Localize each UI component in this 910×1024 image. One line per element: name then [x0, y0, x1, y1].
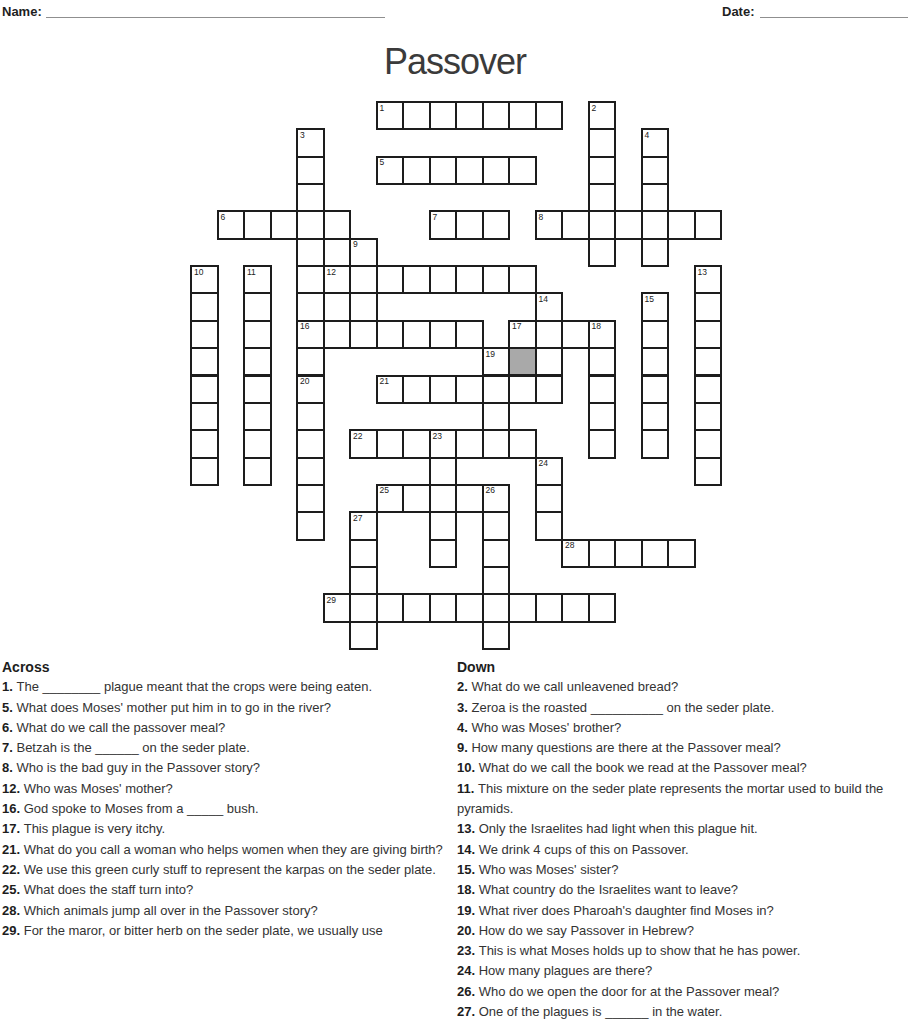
clue-text: This mixture on the seder plate represen… [457, 781, 883, 816]
grid-cell[interactable]: 19 [482, 347, 511, 376]
clue-number-label: 2. [457, 679, 471, 694]
grid-cell[interactable] [296, 402, 325, 431]
grid-cell[interactable] [455, 101, 484, 130]
grid-cell[interactable] [641, 375, 670, 404]
grid-cell[interactable] [482, 621, 511, 650]
clue-number-label: 5. [2, 700, 16, 715]
grid-cell[interactable] [641, 238, 670, 267]
clue-text: What river does Pharoah's daughter find … [479, 903, 774, 918]
clue-number-label: 25. [2, 882, 24, 897]
grid-cell[interactable] [243, 457, 272, 486]
grid-cell[interactable] [402, 101, 431, 130]
clue-text: This plague is very itchy. [24, 821, 165, 836]
grid-cell[interactable]: 26 [482, 484, 511, 513]
grid-cell[interactable] [614, 539, 643, 568]
page-title: Passover [0, 41, 910, 83]
clue-text: God spoke to Moses from a _____ bush. [24, 801, 259, 816]
grid-cell[interactable] [376, 265, 405, 294]
grid-cell[interactable] [588, 402, 617, 431]
grid-cell[interactable] [482, 101, 511, 130]
grid-cell[interactable] [296, 183, 325, 212]
clue-number-label: 27. [457, 1004, 479, 1019]
grid-cell[interactable] [429, 320, 458, 349]
grid-cell[interactable] [535, 320, 564, 349]
grid-cell[interactable] [694, 457, 723, 486]
grid-cell[interactable] [535, 484, 564, 513]
grid-cell[interactable] [243, 210, 272, 239]
grid-cell[interactable]: 10 [190, 265, 219, 294]
grid-cell[interactable] [402, 375, 431, 404]
clue-text: Who was Moses' mother? [24, 781, 173, 796]
clue-number: 8 [539, 213, 544, 222]
clue-number: 23 [433, 432, 442, 441]
clue-number: 11 [247, 268, 256, 277]
grid-cell[interactable] [667, 210, 696, 239]
clue-text: What does the staff turn into? [24, 882, 194, 897]
grid-cell[interactable] [376, 320, 405, 349]
grid-cell[interactable] [243, 402, 272, 431]
clue-number-label: 29. [2, 923, 24, 938]
clue-number-label: 6. [2, 720, 16, 735]
clue-number: 24 [539, 459, 548, 468]
clue-text: This is what Moses holds up to show that… [479, 943, 801, 958]
grid-cell[interactable] [296, 292, 325, 321]
across-clue-21: 21. What do you call a woman who helps w… [2, 840, 454, 860]
grid-cell[interactable] [641, 183, 670, 212]
grid-cell[interactable]: 8 [535, 210, 564, 239]
grid-cell[interactable] [588, 429, 617, 458]
grid-cell[interactable]: 7 [429, 210, 458, 239]
clue-text: One of the plagues is ______ in the wate… [479, 1004, 723, 1019]
down-clue-26: 26. Who do we open the door for at the P… [457, 982, 909, 1002]
grid-cell[interactable]: 6 [217, 210, 246, 239]
grid-cell[interactable] [455, 156, 484, 185]
grid-cell[interactable] [641, 429, 670, 458]
clue-text: How many questions are there at the Pass… [471, 740, 780, 755]
grid-cell[interactable] [190, 429, 219, 458]
clue-text: Only the Israelites had light when this … [479, 821, 758, 836]
clue-number-label: 22. [2, 862, 24, 877]
across-clues: Across 1. The ________ plague meant that… [2, 657, 454, 941]
clue-number-label: 20. [457, 923, 479, 938]
date-label: Date: [722, 4, 755, 19]
clue-number: 17 [512, 322, 521, 331]
grid-cell[interactable] [402, 429, 431, 458]
clue-text: Which animals jump all over in the Passo… [24, 903, 318, 918]
grid-cell[interactable] [270, 210, 299, 239]
grid-cell[interactable] [402, 156, 431, 185]
clue-number-label: 26. [457, 984, 479, 999]
across-heading: Across [2, 657, 454, 677]
clue-text: Betzah is the ______ on the seder plate. [16, 740, 249, 755]
grid-cell[interactable] [482, 375, 511, 404]
grid-cell[interactable] [243, 292, 272, 321]
grid-cell[interactable] [429, 484, 458, 513]
grid-cell[interactable] [455, 429, 484, 458]
down-clue-18: 18. What country do the Israelites want … [457, 880, 909, 900]
grid-cell[interactable] [588, 183, 617, 212]
grid-cell[interactable]: 3 [296, 128, 325, 157]
grid-cell[interactable] [694, 402, 723, 431]
clue-number: 7 [433, 213, 438, 222]
grid-cell[interactable] [376, 429, 405, 458]
grid-cell[interactable] [694, 429, 723, 458]
grid-cell[interactable] [429, 156, 458, 185]
down-clue-13: 13. Only the Israelites had light when t… [457, 819, 909, 839]
down-clue-11: 11. This mixture on the seder plate repr… [457, 779, 909, 820]
grid-cell[interactable]: 23 [429, 429, 458, 458]
across-clue-25: 25. What does the staff turn into? [2, 880, 454, 900]
clue-number-label: 28. [2, 903, 24, 918]
grid-cell[interactable]: 13 [694, 265, 723, 294]
clue-text: How do we say Passover in Hebrew? [479, 923, 694, 938]
grid-cell[interactable]: 4 [641, 128, 670, 157]
grid-cell[interactable] [482, 156, 511, 185]
across-clue-6: 6. What do we call the passover meal? [2, 718, 454, 738]
grid-cell[interactable] [508, 375, 537, 404]
clue-number-label: 14. [457, 842, 479, 857]
clue-number: 19 [486, 350, 495, 359]
clue-text: What do we call the book we read at the … [479, 760, 807, 775]
down-clue-3: 3. Zeroa is the roasted __________ on th… [457, 698, 909, 718]
grid-cell[interactable] [429, 375, 458, 404]
clue-text: How many plagues are there? [479, 963, 652, 978]
grid-cell[interactable] [694, 292, 723, 321]
grid-cell[interactable]: 21 [376, 375, 405, 404]
grid-cell[interactable]: 29 [323, 593, 352, 622]
clue-number: 25 [380, 486, 389, 495]
grid-cell[interactable] [535, 511, 564, 540]
grid-cell[interactable]: 20 [296, 375, 325, 404]
grid-cell[interactable] [243, 375, 272, 404]
grid-cell[interactable] [455, 265, 484, 294]
clue-number: 15 [645, 295, 654, 304]
grid-cell[interactable] [429, 457, 458, 486]
clue-number-label: 12. [2, 781, 24, 796]
grid-cell[interactable] [296, 347, 325, 376]
grid-cell[interactable] [402, 593, 431, 622]
clue-number: 3 [300, 131, 305, 140]
clue-number: 4 [645, 131, 650, 140]
clue-number: 1 [380, 104, 385, 113]
grid-cell[interactable]: 9 [349, 238, 378, 267]
clue-number-label: 7. [2, 740, 16, 755]
grid-cell[interactable] [641, 320, 670, 349]
grid-cell[interactable] [296, 156, 325, 185]
grid-cell[interactable] [349, 320, 378, 349]
across-clue-16: 16. God spoke to Moses from a _____ bush… [2, 799, 454, 819]
clue-number: 16 [300, 322, 309, 331]
grid-cell[interactable] [429, 593, 458, 622]
clue-text: Who do we open the door for at the Passo… [479, 984, 780, 999]
grid-cell[interactable] [535, 347, 564, 376]
clue-text: We drink 4 cups of this on Passover. [479, 842, 689, 857]
down-clue-4: 4. Who was Moses' brother? [457, 718, 909, 738]
clue-number: 29 [327, 596, 336, 605]
grid-cell[interactable] [429, 539, 458, 568]
grid-cell[interactable] [588, 128, 617, 157]
grid-cell[interactable] [482, 539, 511, 568]
across-clue-8: 8. Who is the bad guy in the Passover st… [2, 758, 454, 778]
clue-number: 12 [327, 268, 336, 277]
clue-number-label: 1. [2, 679, 16, 694]
grid-cell[interactable] [482, 402, 511, 431]
grid-cell[interactable]: 1 [376, 101, 405, 130]
down-clue-23: 23. This is what Moses holds up to show … [457, 941, 909, 961]
grid-cell[interactable] [190, 320, 219, 349]
name-label: Name: [2, 4, 42, 19]
across-clue-5: 5. What does Moses' mother put him in to… [2, 698, 454, 718]
clue-text: What country do the Israelites want to l… [479, 882, 738, 897]
clue-number: 14 [539, 295, 548, 304]
clue-number-label: 3. [457, 700, 471, 715]
grid-cell[interactable]: 27 [349, 511, 378, 540]
across-clue-29: 29. For the maror, or bitter herb on the… [2, 921, 454, 941]
clue-text: What does Moses' mother put him in to go… [16, 700, 331, 715]
clue-text: Who is the bad guy in the Passover story… [16, 760, 260, 775]
grid-cell[interactable]: 11 [243, 265, 272, 294]
grid-cell[interactable]: 18 [588, 320, 617, 349]
grid-cell[interactable] [429, 101, 458, 130]
grid-cell[interactable]: 22 [349, 429, 378, 458]
grid-cell[interactable] [349, 539, 378, 568]
grid-cell[interactable] [482, 511, 511, 540]
down-clue-14: 14. We drink 4 cups of this on Passover. [457, 840, 909, 860]
grid-cell[interactable]: 24 [535, 457, 564, 486]
grid-cell[interactable] [190, 457, 219, 486]
grid-cell[interactable] [561, 210, 590, 239]
clue-number-label: 10. [457, 760, 479, 775]
grid-cell[interactable] [190, 292, 219, 321]
name-write-line[interactable] [46, 2, 385, 18]
grid-cell[interactable]: 28 [561, 539, 590, 568]
clue-number: 27 [353, 514, 362, 523]
grid-cell[interactable] [588, 593, 617, 622]
clue-number-label: 4. [457, 720, 471, 735]
clue-number-label: 21. [2, 842, 24, 857]
grid-cell[interactable] [508, 429, 537, 458]
clue-number-label: 9. [457, 740, 471, 755]
grid-cell[interactable]: 2 [588, 101, 617, 130]
clue-number: 9 [353, 240, 358, 249]
grid-cell[interactable] [455, 375, 484, 404]
down-clue-20: 20. How do we say Passover in Hebrew? [457, 921, 909, 941]
clue-number-label: 13. [457, 821, 479, 836]
clue-text: For the maror, or bitter herb on the sed… [24, 923, 383, 938]
down-clue-9: 9. How many questions are there at the P… [457, 738, 909, 758]
grid-cell[interactable] [402, 265, 431, 294]
clue-text: Who was Moses' sister? [479, 862, 619, 877]
grid-cell[interactable] [694, 347, 723, 376]
grid-cell[interactable] [243, 429, 272, 458]
grid-cell[interactable] [588, 238, 617, 267]
grid-cell[interactable] [296, 429, 325, 458]
clue-text: What do you call a woman who helps women… [24, 842, 443, 857]
grid-cell[interactable] [508, 101, 537, 130]
crossword-grid: 1234567891011121314151617181920212223242… [190, 101, 724, 652]
grid-cell[interactable] [323, 210, 352, 239]
across-clue-7: 7. Betzah is the ______ on the seder pla… [2, 738, 454, 758]
clue-number: 20 [300, 377, 309, 386]
clue-number: 18 [592, 322, 601, 331]
grid-cell[interactable]: 12 [323, 265, 352, 294]
grid-cell[interactable] [482, 429, 511, 458]
grid-cell[interactable] [243, 347, 272, 376]
clue-number: 13 [698, 268, 707, 277]
down-clue-19: 19. What river does Pharoah's daughter f… [457, 901, 909, 921]
clue-number-label: 11. [457, 781, 478, 796]
clue-text: What do we call the passover meal? [16, 720, 225, 735]
clue-number: 28 [565, 541, 574, 550]
clue-number: 5 [380, 158, 385, 167]
clue-number-label: 19. [457, 903, 479, 918]
clue-number: 26 [486, 486, 495, 495]
clue-text: Zeroa is the roasted __________ on the s… [471, 700, 774, 715]
grid-cell[interactable] [588, 156, 617, 185]
down-clue-15: 15. Who was Moses' sister? [457, 860, 909, 880]
grid-cell[interactable] [641, 156, 670, 185]
grid-cell[interactable]: 15 [641, 292, 670, 321]
grid-cell[interactable] [455, 320, 484, 349]
grid-cell[interactable] [561, 593, 590, 622]
grid-cell[interactable] [694, 210, 723, 239]
grid-cell[interactable] [402, 484, 431, 513]
grid-cell[interactable]: 17 [508, 320, 537, 349]
grid-cell[interactable]: 16 [296, 320, 325, 349]
clue-number: 22 [353, 432, 362, 441]
clue-number: 6 [221, 213, 226, 222]
grid-cell[interactable] [482, 265, 511, 294]
grid-cell[interactable] [508, 265, 537, 294]
grid-cell[interactable] [694, 375, 723, 404]
grid-cell[interactable] [402, 320, 431, 349]
grid-cell[interactable] [641, 402, 670, 431]
across-clue-22: 22. We use this green curly stuff to rep… [2, 860, 454, 880]
grid-cell[interactable] [508, 156, 537, 185]
clue-number-label: 17. [2, 821, 24, 836]
grid-cell[interactable] [243, 320, 272, 349]
grid-cell[interactable] [376, 593, 405, 622]
grid-cell[interactable] [190, 402, 219, 431]
grid-cell[interactable] [296, 238, 325, 267]
clue-number: 2 [592, 104, 597, 113]
grid-cell[interactable] [535, 375, 564, 404]
clue-number-label: 16. [2, 801, 24, 816]
down-clue-2: 2. What do we call unleavened bread? [457, 677, 909, 697]
grid-cell[interactable] [482, 593, 511, 622]
grid-cell[interactable] [694, 320, 723, 349]
grid-cell[interactable] [482, 566, 511, 595]
grid-cell[interactable] [429, 511, 458, 540]
date-write-line[interactable] [760, 2, 908, 18]
across-clue-28: 28. Which animals jump all over in the P… [2, 901, 454, 921]
clue-number: 21 [380, 377, 389, 386]
grid-cell[interactable] [349, 593, 378, 622]
clue-number-label: 23. [457, 943, 479, 958]
grid-cell[interactable] [588, 375, 617, 404]
clue-text: Who was Moses' brother? [471, 720, 621, 735]
grid-cell[interactable] [535, 593, 564, 622]
grid-cell[interactable] [588, 210, 617, 239]
grid-cell[interactable] [561, 320, 590, 349]
grid-cell[interactable] [349, 292, 378, 321]
grid-cell[interactable] [296, 210, 325, 239]
grid-cell[interactable] [667, 539, 696, 568]
grid-cell[interactable] [296, 511, 325, 540]
down-clue-27: 27. One of the plagues is ______ in the … [457, 1002, 909, 1022]
across-clue-12: 12. Who was Moses' mother? [2, 779, 454, 799]
grid-cell[interactable] [614, 210, 643, 239]
down-clue-10: 10. What do we call the book we read at … [457, 758, 909, 778]
down-clue-24: 24. How many plagues are there? [457, 961, 909, 981]
grid-cell[interactable] [588, 347, 617, 376]
grid-cell[interactable] [482, 210, 511, 239]
across-clue-1: 1. The ________ plague meant that the cr… [2, 677, 454, 697]
grid-cell[interactable] [323, 320, 352, 349]
grid-cell[interactable] [296, 484, 325, 513]
grid-cell[interactable] [641, 210, 670, 239]
grid-cell-shaded[interactable] [508, 347, 537, 376]
grid-cell[interactable] [349, 621, 378, 650]
grid-cell[interactable] [429, 265, 458, 294]
clue-number-label: 8. [2, 760, 16, 775]
grid-cell[interactable] [455, 210, 484, 239]
clue-number-label: 18. [457, 882, 479, 897]
down-heading: Down [457, 657, 909, 677]
clue-text: We use this green curly stuff to represe… [24, 862, 436, 877]
clue-number: 10 [194, 268, 203, 277]
grid-cell[interactable] [190, 347, 219, 376]
grid-cell[interactable] [641, 539, 670, 568]
grid-cell[interactable]: 14 [535, 292, 564, 321]
down-clues: Down 2. What do we call unleavened bread… [457, 657, 909, 1022]
grid-cell[interactable] [641, 347, 670, 376]
clue-text: The ________ plague meant that the crops… [16, 679, 372, 694]
grid-cell[interactable] [349, 566, 378, 595]
grid-cell[interactable] [588, 539, 617, 568]
grid-cell[interactable] [190, 375, 219, 404]
grid-cell[interactable] [455, 593, 484, 622]
grid-cell[interactable] [296, 457, 325, 486]
grid-cell[interactable]: 25 [376, 484, 405, 513]
grid-cell[interactable]: 5 [376, 156, 405, 185]
clue-text: What do we call unleavened bread? [471, 679, 678, 694]
grid-cell[interactable] [508, 593, 537, 622]
grid-cell[interactable] [455, 484, 484, 513]
grid-cell[interactable] [535, 101, 564, 130]
clue-number-label: 15. [457, 862, 479, 877]
across-clue-17: 17. This plague is very itchy. [2, 819, 454, 839]
clue-number-label: 24. [457, 963, 479, 978]
grid-cell[interactable] [349, 265, 378, 294]
grid-cell[interactable] [296, 265, 325, 294]
